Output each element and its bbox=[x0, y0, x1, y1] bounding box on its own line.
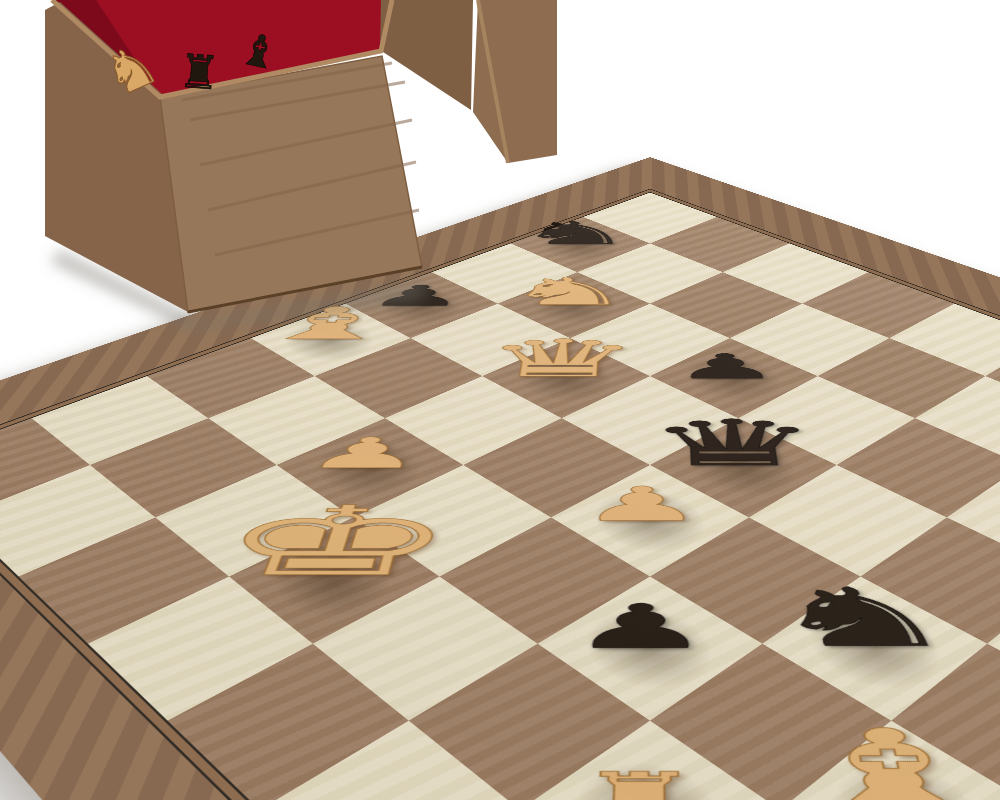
white-pawn: ♟ bbox=[300, 434, 429, 473]
board-square-h3: ♝ bbox=[780, 721, 1000, 800]
white-queen: ♛ bbox=[476, 335, 642, 383]
black-pawn: ♟ bbox=[673, 351, 781, 383]
white-bishop: ♝ bbox=[771, 719, 1000, 800]
white-pawn: ♟ bbox=[579, 483, 705, 527]
storage-box: ♞♜♝ bbox=[0, 0, 620, 340]
black-rook-in-box: ♜ bbox=[177, 44, 222, 101]
box-lid-panel bbox=[473, 0, 557, 163]
box-right-wall bbox=[380, 0, 473, 110]
white-king: ♚ bbox=[197, 498, 467, 587]
black-pawn: ♟ bbox=[569, 599, 713, 655]
chess-set-photo: ♞♞♟♟♛♛♝♟♞♟♟♝♚♜ bbox=[0, 0, 1000, 800]
black-queen: ♛ bbox=[644, 414, 829, 473]
white-rook: ♜ bbox=[575, 766, 704, 800]
black-knight: ♞ bbox=[762, 580, 965, 655]
